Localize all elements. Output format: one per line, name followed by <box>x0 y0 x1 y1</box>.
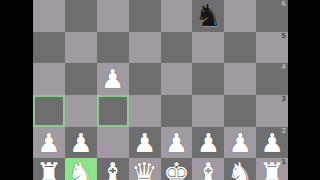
piece-white-bishop-f1[interactable]: ♝ <box>195 159 222 180</box>
rank-label-6: 6 <box>281 1 286 8</box>
square-h6[interactable]: 6 <box>256 0 288 32</box>
square-e6[interactable] <box>161 0 193 32</box>
piece-black-knight-f6[interactable]: ♞ <box>195 1 222 31</box>
square-h2[interactable]: ♟2 <box>256 127 288 159</box>
piece-white-pawn-e2[interactable]: ♟ <box>165 130 188 156</box>
square-f5[interactable] <box>192 32 224 64</box>
piece-white-pawn-g2[interactable]: ♟ <box>229 130 252 156</box>
square-e5[interactable] <box>161 32 193 64</box>
square-f4[interactable] <box>192 63 224 95</box>
square-d4[interactable] <box>129 63 161 95</box>
piece-white-pawn-b2[interactable]: ♟ <box>69 130 92 156</box>
rank-label-5: 5 <box>281 33 286 40</box>
square-f3[interactable] <box>192 95 224 127</box>
square-d3[interactable] <box>129 95 161 127</box>
square-h4[interactable]: 4 <box>256 63 288 95</box>
square-h5[interactable]: 5 <box>256 32 288 64</box>
square-a4[interactable] <box>33 63 65 95</box>
square-g5[interactable] <box>224 32 256 64</box>
square-c4[interactable]: ♟ <box>97 63 129 95</box>
piece-white-pawn-a2[interactable]: ♟ <box>37 130 60 156</box>
piece-white-bishop-c1[interactable]: ♝ <box>99 159 126 180</box>
square-e4[interactable] <box>161 63 193 95</box>
piece-white-pawn-c4[interactable]: ♟ <box>101 66 124 92</box>
square-g1[interactable]: ♞ <box>224 158 256 180</box>
square-b2[interactable]: ♟ <box>65 127 97 159</box>
square-d2[interactable]: ♟ <box>129 127 161 159</box>
square-d1[interactable]: ♛ <box>129 158 161 180</box>
rank-label-1: 1 <box>281 159 286 166</box>
square-a3[interactable] <box>33 95 65 127</box>
rank-label-2: 2 <box>281 128 286 135</box>
piece-white-pawn-d2[interactable]: ♟ <box>133 130 156 156</box>
piece-white-pawn-f2[interactable]: ♟ <box>197 130 220 156</box>
square-b6[interactable] <box>65 0 97 32</box>
chess-app-viewport: ♞65♟43♟♟♟♟♟♟♟2♜♞♝♛♚♝♞♜1 <box>0 0 320 180</box>
square-d5[interactable] <box>129 32 161 64</box>
square-h3[interactable]: 3 <box>256 95 288 127</box>
square-d6[interactable] <box>129 0 161 32</box>
square-b4[interactable] <box>65 63 97 95</box>
square-c2[interactable] <box>97 127 129 159</box>
square-c6[interactable] <box>97 0 129 32</box>
rank-label-3: 3 <box>281 96 286 103</box>
square-a6[interactable] <box>33 0 65 32</box>
piece-white-knight-b1[interactable]: ♞ <box>67 159 94 180</box>
square-a2[interactable]: ♟ <box>33 127 65 159</box>
square-c5[interactable] <box>97 32 129 64</box>
square-g6[interactable] <box>224 0 256 32</box>
square-g2[interactable]: ♟ <box>224 127 256 159</box>
piece-white-king-e1[interactable]: ♚ <box>163 159 190 180</box>
square-f6[interactable]: ♞ <box>192 0 224 32</box>
square-e2[interactable]: ♟ <box>161 127 193 159</box>
square-f2[interactable]: ♟ <box>192 127 224 159</box>
piece-white-queen-d1[interactable]: ♛ <box>131 159 158 180</box>
square-h1[interactable]: ♜1 <box>256 158 288 180</box>
square-b3[interactable] <box>65 95 97 127</box>
piece-white-knight-g1[interactable]: ♞ <box>227 159 254 180</box>
square-a5[interactable] <box>33 32 65 64</box>
square-f1[interactable]: ♝ <box>192 158 224 180</box>
square-c1[interactable]: ♝ <box>97 158 129 180</box>
square-c3[interactable] <box>97 95 129 127</box>
square-a1[interactable]: ♜ <box>33 158 65 180</box>
rank-label-4: 4 <box>281 64 286 71</box>
square-b5[interactable] <box>65 32 97 64</box>
square-e3[interactable] <box>161 95 193 127</box>
square-g3[interactable] <box>224 95 256 127</box>
square-g4[interactable] <box>224 63 256 95</box>
piece-white-rook-a1[interactable]: ♜ <box>35 159 62 180</box>
square-b1[interactable]: ♞ <box>65 158 97 180</box>
square-e1[interactable]: ♚ <box>161 158 193 180</box>
chess-board: ♞65♟43♟♟♟♟♟♟♟2♜♞♝♛♚♝♞♜1 <box>33 0 288 180</box>
